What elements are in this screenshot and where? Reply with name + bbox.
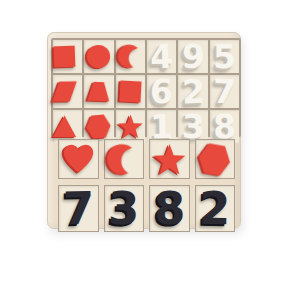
piece-number-2[interactable]: 2 — [181, 75, 205, 109]
top-grid-cell — [116, 75, 145, 108]
top-grid-cell: 4 — [147, 40, 176, 73]
bottom-number-cell: 7 — [58, 185, 99, 232]
bottom-number-row: 7382 — [58, 185, 235, 223]
piece-shape-heart[interactable] — [61, 142, 96, 177]
piece-shape-circle[interactable] — [85, 43, 112, 70]
piece-shape-square[interactable] — [51, 43, 79, 71]
piece-number-9[interactable]: 9 — [181, 40, 205, 74]
bottom-shape-cell — [195, 139, 236, 179]
piece-number-2[interactable]: 2 — [199, 186, 231, 232]
top-grid-cell — [53, 75, 82, 108]
piece-shape-hexagon[interactable] — [84, 112, 113, 141]
piece-shape-star[interactable] — [117, 113, 144, 140]
puzzle-board: 495627138 7382 — [47, 32, 241, 229]
piece-number-5[interactable]: 5 — [213, 40, 237, 73]
piece-shape-hexagon[interactable] — [194, 139, 235, 180]
bottom-number-cell: 8 — [149, 185, 190, 232]
bottom-shape-cell — [149, 139, 190, 179]
bottom-number-cell: 3 — [104, 185, 145, 232]
piece-shape-square[interactable] — [116, 77, 144, 105]
bottom-shape-cell — [104, 139, 145, 179]
piece-number-7[interactable]: 7 — [212, 75, 236, 109]
piece-shape-crescent[interactable] — [114, 40, 147, 73]
top-grid-cell — [53, 40, 82, 73]
top-grid-cell: 9 — [178, 40, 207, 73]
piece-number-6[interactable]: 6 — [150, 75, 174, 108]
piece-shape-parallelogram[interactable] — [51, 78, 78, 105]
top-grid-cell — [84, 40, 113, 73]
piece-shape-star[interactable] — [152, 142, 187, 177]
top-grid: 495627138 — [51, 38, 241, 137]
top-grid-cell — [84, 75, 113, 108]
piece-number-4[interactable]: 4 — [150, 40, 174, 74]
top-grid-cell: 5 — [210, 40, 239, 73]
piece-number-8[interactable]: 8 — [153, 186, 185, 232]
top-grid-cell — [116, 40, 145, 73]
top-grid-cell: 6 — [147, 75, 176, 108]
bottom-number-cell: 2 — [195, 185, 236, 232]
bottom-shape-row — [58, 139, 235, 179]
bottom-shape-cell — [58, 139, 99, 179]
photo-canvas: 495627138 7382 — [0, 0, 285, 285]
piece-shape-crescent[interactable] — [104, 139, 144, 179]
piece-shape-trapezoid[interactable] — [85, 78, 113, 106]
top-grid-cell: 7 — [210, 75, 239, 108]
piece-shape-triangle[interactable] — [51, 113, 78, 140]
piece-number-3[interactable]: 3 — [108, 186, 140, 232]
top-grid-cell: 2 — [178, 75, 207, 108]
piece-number-7[interactable]: 7 — [62, 186, 94, 232]
